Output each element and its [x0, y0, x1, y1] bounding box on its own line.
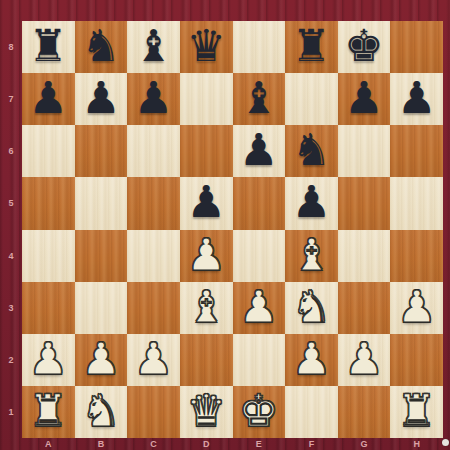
square-d4[interactable]: ♟	[180, 230, 233, 282]
piece-white-rook[interactable]: ♜	[397, 389, 436, 433]
piece-white-knight[interactable]: ♞	[81, 389, 120, 433]
piece-black-knight[interactable]: ♞	[81, 24, 120, 68]
rank-label-7: 7	[8, 94, 13, 104]
square-c4[interactable]	[127, 230, 180, 282]
square-e6[interactable]: ♟	[233, 125, 286, 177]
square-a6[interactable]	[22, 125, 75, 177]
square-d1[interactable]: ♛	[180, 386, 233, 438]
square-h5[interactable]	[390, 177, 443, 229]
square-g4[interactable]	[338, 230, 391, 282]
square-c6[interactable]	[127, 125, 180, 177]
file-label-b: B	[98, 439, 105, 449]
square-e2[interactable]	[233, 334, 286, 386]
file-label-e: E	[256, 439, 262, 449]
square-h4[interactable]	[390, 230, 443, 282]
square-b6[interactable]	[75, 125, 128, 177]
piece-white-pawn[interactable]: ♟	[81, 337, 120, 381]
square-c7[interactable]: ♟	[127, 73, 180, 125]
piece-black-pawn[interactable]: ♟	[239, 128, 278, 172]
piece-black-knight[interactable]: ♞	[292, 128, 331, 172]
square-g3[interactable]	[338, 282, 391, 334]
square-f5[interactable]: ♟	[285, 177, 338, 229]
file-label-c: C	[150, 439, 157, 449]
rank-label-5: 5	[8, 198, 13, 208]
chess-board[interactable]: ♜♞♝♛♜♚♟♟♟♝♟♟♟♞♟♟♟♝♝♟♞♟♟♟♟♟♟♜♞♛♚♜	[22, 21, 443, 438]
square-d8[interactable]: ♛	[180, 21, 233, 73]
square-f1[interactable]	[285, 386, 338, 438]
file-label-h: H	[413, 439, 420, 449]
square-h6[interactable]	[390, 125, 443, 177]
piece-white-rook[interactable]: ♜	[29, 389, 68, 433]
file-label-f: F	[309, 439, 315, 449]
rank-label-2: 2	[8, 355, 13, 365]
square-b2[interactable]: ♟	[75, 334, 128, 386]
piece-white-pawn[interactable]: ♟	[134, 337, 173, 381]
piece-white-pawn[interactable]: ♟	[292, 337, 331, 381]
piece-black-pawn[interactable]: ♟	[344, 76, 383, 120]
square-d5[interactable]: ♟	[180, 177, 233, 229]
piece-black-rook[interactable]: ♜	[29, 24, 68, 68]
square-e1[interactable]: ♚	[233, 386, 286, 438]
square-a4[interactable]	[22, 230, 75, 282]
square-b1[interactable]: ♞	[75, 386, 128, 438]
piece-black-pawn[interactable]: ♟	[29, 76, 68, 120]
chess-board-frame: ♜♞♝♛♜♚♟♟♟♝♟♟♟♞♟♟♟♝♝♟♞♟♟♟♟♟♟♜♞♛♚♜ 8765432…	[0, 0, 450, 450]
square-g7[interactable]: ♟	[338, 73, 391, 125]
piece-black-bishop[interactable]: ♝	[239, 76, 278, 120]
square-f3[interactable]: ♞	[285, 282, 338, 334]
square-h2[interactable]	[390, 334, 443, 386]
square-h3[interactable]: ♟	[390, 282, 443, 334]
square-h8[interactable]	[390, 21, 443, 73]
piece-black-pawn[interactable]: ♟	[81, 76, 120, 120]
piece-black-pawn[interactable]: ♟	[292, 180, 331, 224]
square-f7[interactable]	[285, 73, 338, 125]
square-d6[interactable]	[180, 125, 233, 177]
square-f2[interactable]: ♟	[285, 334, 338, 386]
square-d7[interactable]	[180, 73, 233, 125]
rank-label-4: 4	[8, 251, 13, 261]
piece-white-bishop[interactable]: ♝	[186, 285, 225, 329]
square-f6[interactable]: ♞	[285, 125, 338, 177]
rank-label-8: 8	[8, 42, 13, 52]
square-a1[interactable]: ♜	[22, 386, 75, 438]
square-b8[interactable]: ♞	[75, 21, 128, 73]
square-g6[interactable]	[338, 125, 391, 177]
square-c2[interactable]: ♟	[127, 334, 180, 386]
piece-black-king[interactable]: ♚	[344, 24, 383, 68]
square-h1[interactable]: ♜	[390, 386, 443, 438]
square-b5[interactable]	[75, 177, 128, 229]
piece-white-queen[interactable]: ♛	[186, 389, 225, 433]
square-d3[interactable]: ♝	[180, 282, 233, 334]
square-e3[interactable]: ♟	[233, 282, 286, 334]
square-h7[interactable]: ♟	[390, 73, 443, 125]
file-label-d: D	[203, 439, 210, 449]
square-g1[interactable]	[338, 386, 391, 438]
square-e4[interactable]	[233, 230, 286, 282]
rank-label-6: 6	[8, 146, 13, 156]
square-a5[interactable]	[22, 177, 75, 229]
square-e7[interactable]: ♝	[233, 73, 286, 125]
piece-white-bishop[interactable]: ♝	[292, 233, 331, 277]
square-a7[interactable]: ♟	[22, 73, 75, 125]
square-f8[interactable]: ♜	[285, 21, 338, 73]
file-label-g: G	[361, 439, 368, 449]
square-b3[interactable]	[75, 282, 128, 334]
square-c8[interactable]: ♝	[127, 21, 180, 73]
square-g8[interactable]: ♚	[338, 21, 391, 73]
square-b7[interactable]: ♟	[75, 73, 128, 125]
square-f4[interactable]: ♝	[285, 230, 338, 282]
file-label-a: A	[45, 439, 52, 449]
piece-white-pawn[interactable]: ♟	[29, 337, 68, 381]
square-c5[interactable]	[127, 177, 180, 229]
piece-white-pawn[interactable]: ♟	[397, 285, 436, 329]
piece-white-pawn[interactable]: ♟	[239, 285, 278, 329]
square-g5[interactable]	[338, 177, 391, 229]
piece-white-knight[interactable]: ♞	[292, 285, 331, 329]
square-b4[interactable]	[75, 230, 128, 282]
side-to-move-indicator	[442, 439, 449, 446]
piece-black-queen[interactable]: ♛	[186, 24, 225, 68]
square-a8[interactable]: ♜	[22, 21, 75, 73]
square-d2[interactable]	[180, 334, 233, 386]
rank-label-1: 1	[8, 407, 13, 417]
square-c1[interactable]	[127, 386, 180, 438]
square-e5[interactable]	[233, 177, 286, 229]
piece-black-rook[interactable]: ♜	[292, 24, 331, 68]
square-a2[interactable]: ♟	[22, 334, 75, 386]
square-a3[interactable]	[22, 282, 75, 334]
square-g2[interactable]: ♟	[338, 334, 391, 386]
piece-white-king[interactable]: ♚	[239, 389, 278, 433]
piece-white-pawn[interactable]: ♟	[186, 233, 225, 277]
rank-label-3: 3	[8, 303, 13, 313]
piece-black-pawn[interactable]: ♟	[397, 76, 436, 120]
square-e8[interactable]	[233, 21, 286, 73]
piece-black-pawn[interactable]: ♟	[134, 76, 173, 120]
square-c3[interactable]	[127, 282, 180, 334]
piece-white-pawn[interactable]: ♟	[344, 337, 383, 381]
piece-black-pawn[interactable]: ♟	[186, 180, 225, 224]
piece-black-bishop[interactable]: ♝	[134, 24, 173, 68]
